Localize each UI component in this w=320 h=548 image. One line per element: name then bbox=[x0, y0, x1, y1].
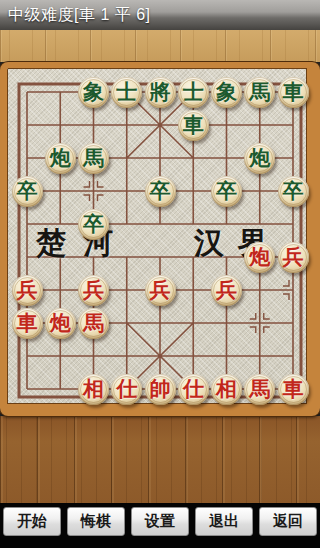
piece-black-炮[interactable]: 炮 bbox=[45, 143, 76, 174]
piece-glyph: 士 bbox=[183, 82, 204, 103]
piece-glyph: 車 bbox=[283, 82, 304, 103]
piece-red-相[interactable]: 相 bbox=[78, 374, 109, 405]
piece-glyph: 卒 bbox=[83, 214, 104, 235]
piece-glyph: 象 bbox=[83, 82, 104, 103]
piece-black-馬[interactable]: 馬 bbox=[244, 77, 275, 108]
piece-glyph: 將 bbox=[150, 82, 171, 103]
settings-button[interactable]: 设置 bbox=[131, 507, 189, 536]
piece-glyph: 炮 bbox=[50, 148, 71, 169]
piece-glyph: 兵 bbox=[150, 280, 171, 301]
piece-glyph: 兵 bbox=[283, 247, 304, 268]
piece-red-仕[interactable]: 仕 bbox=[111, 374, 142, 405]
piece-glyph: 車 bbox=[17, 313, 38, 334]
title-text: 中级难度[車 1 平 6] bbox=[8, 0, 151, 30]
piece-black-馬[interactable]: 馬 bbox=[78, 143, 109, 174]
piece-red-炮[interactable]: 炮 bbox=[45, 308, 76, 339]
piece-glyph: 卒 bbox=[17, 181, 38, 202]
piece-glyph: 象 bbox=[216, 82, 237, 103]
piece-red-仕[interactable]: 仕 bbox=[178, 374, 209, 405]
piece-glyph: 兵 bbox=[83, 280, 104, 301]
piece-red-兵[interactable]: 兵 bbox=[145, 275, 176, 306]
piece-glyph: 兵 bbox=[17, 280, 38, 301]
piece-red-馬[interactable]: 馬 bbox=[78, 308, 109, 339]
piece-red-炮[interactable]: 炮 bbox=[244, 242, 275, 273]
back-button[interactable]: 返回 bbox=[259, 507, 317, 536]
piece-black-卒[interactable]: 卒 bbox=[78, 209, 109, 240]
piece-black-象[interactable]: 象 bbox=[78, 77, 109, 108]
piece-black-炮[interactable]: 炮 bbox=[244, 143, 275, 174]
piece-red-車[interactable]: 車 bbox=[278, 374, 309, 405]
piece-black-卒[interactable]: 卒 bbox=[211, 176, 242, 207]
piece-red-帥[interactable]: 帥 bbox=[145, 374, 176, 405]
piece-black-卒[interactable]: 卒 bbox=[278, 176, 309, 207]
piece-glyph: 馬 bbox=[83, 313, 104, 334]
piece-glyph: 炮 bbox=[249, 247, 270, 268]
piece-glyph: 炮 bbox=[249, 148, 270, 169]
piece-black-卒[interactable]: 卒 bbox=[145, 176, 176, 207]
wood-background-bottom bbox=[0, 416, 320, 503]
piece-red-馬[interactable]: 馬 bbox=[244, 374, 275, 405]
piece-glyph: 卒 bbox=[283, 181, 304, 202]
app-screen: 中级难度[車 1 平 6] 楚河 汉界 象士將士象馬車車炮馬炮卒卒卒卒卒炮兵兵兵… bbox=[0, 0, 320, 548]
piece-red-兵[interactable]: 兵 bbox=[78, 275, 109, 306]
undo-button[interactable]: 悔棋 bbox=[67, 507, 125, 536]
piece-glyph: 卒 bbox=[150, 181, 171, 202]
piece-glyph: 帥 bbox=[150, 379, 171, 400]
piece-red-兵[interactable]: 兵 bbox=[278, 242, 309, 273]
piece-glyph: 卒 bbox=[216, 181, 237, 202]
start-button[interactable]: 开始 bbox=[3, 507, 61, 536]
piece-black-將[interactable]: 將 bbox=[145, 77, 176, 108]
piece-glyph: 炮 bbox=[50, 313, 71, 334]
piece-glyph: 車 bbox=[183, 115, 204, 136]
piece-red-相[interactable]: 相 bbox=[211, 374, 242, 405]
piece-glyph: 士 bbox=[116, 82, 137, 103]
piece-black-車[interactable]: 車 bbox=[278, 77, 309, 108]
piece-glyph: 仕 bbox=[183, 379, 204, 400]
title-bar: 中级难度[車 1 平 6] bbox=[0, 0, 320, 30]
piece-glyph: 馬 bbox=[249, 379, 270, 400]
piece-red-兵[interactable]: 兵 bbox=[211, 275, 242, 306]
piece-glyph: 兵 bbox=[216, 280, 237, 301]
piece-glyph: 相 bbox=[216, 379, 237, 400]
piece-black-象[interactable]: 象 bbox=[211, 77, 242, 108]
bottom-toolbar: 开始 悔棋 设置 退出 返回 bbox=[0, 503, 320, 548]
piece-red-車[interactable]: 車 bbox=[12, 308, 43, 339]
wood-background-top bbox=[0, 30, 320, 62]
piece-black-士[interactable]: 士 bbox=[178, 77, 209, 108]
piece-black-士[interactable]: 士 bbox=[111, 77, 142, 108]
piece-red-兵[interactable]: 兵 bbox=[12, 275, 43, 306]
piece-glyph: 馬 bbox=[249, 82, 270, 103]
piece-glyph: 馬 bbox=[83, 148, 104, 169]
piece-black-車[interactable]: 車 bbox=[178, 110, 209, 141]
piece-glyph: 仕 bbox=[116, 379, 137, 400]
piece-glyph: 車 bbox=[283, 379, 304, 400]
piece-glyph: 相 bbox=[83, 379, 104, 400]
piece-black-卒[interactable]: 卒 bbox=[12, 176, 43, 207]
exit-button[interactable]: 退出 bbox=[195, 507, 253, 536]
